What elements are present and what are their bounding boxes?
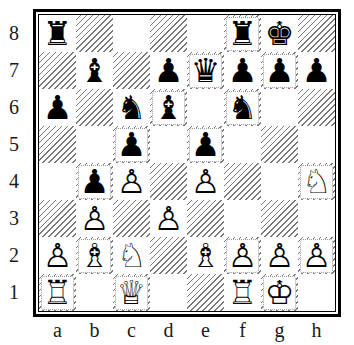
square-a4[interactable] — [39, 163, 76, 200]
square-a6[interactable]: ♟ — [39, 89, 76, 126]
piece-white-bishop: ♗ — [189, 239, 222, 273]
piece-white-bishop: ♗ — [78, 239, 111, 273]
square-f8[interactable]: ♜ — [224, 15, 261, 52]
rank-label-7: 7 — [0, 52, 28, 89]
square-c6[interactable]: ♞ — [113, 89, 150, 126]
rank-labels: 87654321 — [0, 15, 28, 311]
piece-white-pawn: ♙ — [226, 239, 259, 273]
piece-white-rook: ♖ — [41, 276, 74, 310]
square-b5[interactable] — [76, 126, 113, 163]
piece-black-pawn: ♟ — [300, 54, 333, 88]
piece-black-rook: ♜ — [226, 17, 259, 51]
file-label-g: g — [261, 317, 298, 343]
square-c4[interactable]: ♙ — [113, 163, 150, 200]
square-g8[interactable]: ♚ — [261, 15, 298, 52]
rank-label-4: 4 — [0, 163, 28, 200]
square-c2[interactable]: ♘ — [113, 237, 150, 274]
piece-white-pawn: ♙ — [41, 239, 74, 273]
square-a7[interactable] — [39, 52, 76, 89]
piece-black-king: ♚ — [263, 17, 296, 51]
square-g6[interactable] — [261, 89, 298, 126]
rank-label-3: 3 — [0, 200, 28, 237]
square-d5[interactable] — [150, 126, 187, 163]
square-d6[interactable]: ♝ — [150, 89, 187, 126]
square-f3[interactable] — [224, 200, 261, 237]
square-b4[interactable]: ♟ — [76, 163, 113, 200]
square-f2[interactable]: ♙ — [224, 237, 261, 274]
piece-white-pawn: ♙ — [300, 239, 333, 273]
square-a2[interactable]: ♙ — [39, 237, 76, 274]
piece-black-queen: ♛ — [189, 54, 222, 88]
rank-label-1: 1 — [0, 274, 28, 311]
square-f7[interactable]: ♟ — [224, 52, 261, 89]
square-e3[interactable] — [187, 200, 224, 237]
square-e1[interactable] — [187, 274, 224, 311]
square-d2[interactable] — [150, 237, 187, 274]
square-h3[interactable] — [298, 200, 335, 237]
square-c3[interactable] — [113, 200, 150, 237]
piece-black-pawn: ♟ — [226, 54, 259, 88]
square-c8[interactable] — [113, 15, 150, 52]
file-label-a: a — [39, 317, 76, 343]
square-d1[interactable] — [150, 274, 187, 311]
file-label-f: f — [224, 317, 261, 343]
piece-white-pawn: ♙ — [263, 239, 296, 273]
piece-white-king: ♔ — [263, 276, 296, 310]
square-e5[interactable]: ♟ — [187, 126, 224, 163]
square-b6[interactable] — [76, 89, 113, 126]
square-d3[interactable]: ♙ — [150, 200, 187, 237]
piece-white-queen: ♕ — [115, 276, 148, 310]
square-a1[interactable]: ♖ — [39, 274, 76, 311]
file-label-h: h — [298, 317, 335, 343]
piece-black-knight: ♞ — [115, 91, 148, 125]
board-inner-border: ♜♜♚♝♟♛♟♟♟♟♞♝♞♟♟♟♙♙♘♙♙♙♗♘♗♙♙♙♖♕♖♔ — [38, 14, 336, 312]
rank-label-8: 8 — [0, 15, 28, 52]
square-h7[interactable]: ♟ — [298, 52, 335, 89]
piece-white-pawn: ♙ — [152, 202, 185, 236]
square-e2[interactable]: ♗ — [187, 237, 224, 274]
square-a8[interactable]: ♜ — [39, 15, 76, 52]
rank-label-5: 5 — [0, 126, 28, 163]
piece-black-pawn: ♟ — [41, 91, 74, 125]
square-e6[interactable] — [187, 89, 224, 126]
square-e7[interactable]: ♛ — [187, 52, 224, 89]
square-g3[interactable] — [261, 200, 298, 237]
piece-black-pawn: ♟ — [263, 54, 296, 88]
chess-board: ♜♜♚♝♟♛♟♟♟♟♞♝♞♟♟♟♙♙♘♙♙♙♗♘♗♙♙♙♖♕♖♔ — [39, 15, 335, 311]
square-f4[interactable] — [224, 163, 261, 200]
square-h6[interactable] — [298, 89, 335, 126]
square-h8[interactable] — [298, 15, 335, 52]
square-c1[interactable]: ♕ — [113, 274, 150, 311]
piece-black-rook: ♜ — [41, 17, 74, 51]
board-frame: ♜♜♚♝♟♛♟♟♟♟♞♝♞♟♟♟♙♙♘♙♙♙♗♘♗♙♙♙♖♕♖♔ — [33, 9, 341, 317]
square-d7[interactable]: ♟ — [150, 52, 187, 89]
square-b8[interactable] — [76, 15, 113, 52]
piece-white-pawn: ♙ — [115, 165, 148, 199]
square-b7[interactable]: ♝ — [76, 52, 113, 89]
piece-black-bishop: ♝ — [78, 54, 111, 88]
piece-black-pawn: ♟ — [152, 54, 185, 88]
square-e4[interactable]: ♙ — [187, 163, 224, 200]
piece-black-pawn: ♟ — [115, 128, 148, 162]
square-g5[interactable] — [261, 126, 298, 163]
square-f5[interactable] — [224, 126, 261, 163]
piece-white-rook: ♖ — [226, 276, 259, 310]
square-h4[interactable]: ♘ — [298, 163, 335, 200]
square-c5[interactable]: ♟ — [113, 126, 150, 163]
rank-label-2: 2 — [0, 237, 28, 274]
square-a3[interactable] — [39, 200, 76, 237]
piece-white-pawn: ♙ — [189, 165, 222, 199]
piece-white-pawn: ♙ — [78, 202, 111, 236]
square-a5[interactable] — [39, 126, 76, 163]
square-b3[interactable]: ♙ — [76, 200, 113, 237]
piece-black-knight: ♞ — [226, 91, 259, 125]
square-g4[interactable] — [261, 163, 298, 200]
piece-black-pawn: ♟ — [189, 128, 222, 162]
square-e8[interactable] — [187, 15, 224, 52]
piece-white-knight: ♘ — [115, 239, 148, 273]
chess-diagram: 87654321 ♜♜♚♝♟♛♟♟♟♟♞♝♞♟♟♟♙♙♘♙♙♙♗♘♗♙♙♙♖♕♖… — [0, 0, 354, 345]
file-labels: abcdefgh — [39, 317, 335, 343]
rank-label-6: 6 — [0, 89, 28, 126]
square-d8[interactable] — [150, 15, 187, 52]
square-g2[interactable]: ♙ — [261, 237, 298, 274]
square-d4[interactable] — [150, 163, 187, 200]
square-b2[interactable]: ♗ — [76, 237, 113, 274]
square-b1[interactable] — [76, 274, 113, 311]
file-label-c: c — [113, 317, 150, 343]
square-h1[interactable] — [298, 274, 335, 311]
file-label-b: b — [76, 317, 113, 343]
piece-black-bishop: ♝ — [152, 91, 185, 125]
square-c7[interactable] — [113, 52, 150, 89]
piece-white-knight: ♘ — [300, 165, 333, 199]
file-label-e: e — [187, 317, 224, 343]
square-h2[interactable]: ♙ — [298, 237, 335, 274]
square-g7[interactable]: ♟ — [261, 52, 298, 89]
square-f1[interactable]: ♖ — [224, 274, 261, 311]
file-label-d: d — [150, 317, 187, 343]
square-f6[interactable]: ♞ — [224, 89, 261, 126]
piece-black-pawn: ♟ — [78, 165, 111, 199]
square-h5[interactable] — [298, 126, 335, 163]
square-g1[interactable]: ♔ — [261, 274, 298, 311]
